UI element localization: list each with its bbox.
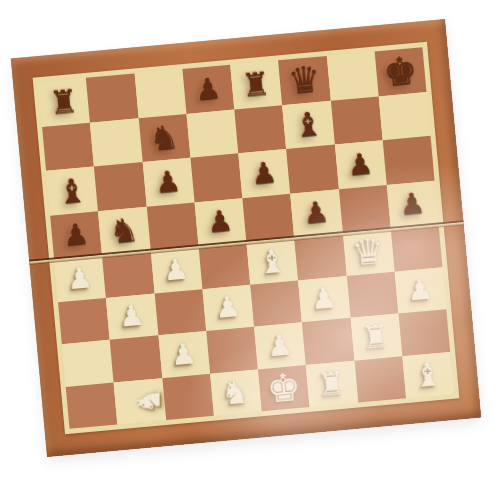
square-a7[interactable] — [42, 122, 94, 171]
piece-white-knight: ♞ — [220, 375, 252, 411]
square-d2[interactable] — [206, 327, 258, 374]
square-d7[interactable] — [186, 109, 238, 158]
board-grid: ♜♟♜♛♚♞♝♝♟♟♟♟♞♟♟♟♟♟♝♛♟♟♟♟♟♟♜♞♞♚♜♝ — [38, 47, 454, 429]
square-b1[interactable]: ♞ — [114, 378, 166, 425]
piece-black-knight: ♞ — [148, 120, 180, 156]
piece-white-pawn: ♟ — [214, 292, 243, 323]
piece-white-king: ♚ — [265, 367, 302, 408]
square-d5[interactable]: ♟ — [194, 198, 246, 247]
piece-black-rook: ♜ — [241, 67, 272, 101]
piece-black-knight: ♞ — [108, 213, 140, 249]
square-g1[interactable] — [354, 356, 406, 403]
square-h4[interactable] — [391, 224, 443, 271]
piece-black-queen: ♛ — [287, 61, 322, 100]
square-e8[interactable]: ♜ — [230, 60, 282, 109]
square-c3[interactable] — [154, 289, 206, 336]
piece-white-pawn: ♟ — [118, 301, 147, 332]
piece-white-rook: ♜ — [316, 366, 347, 400]
piece-black-pawn: ♟ — [302, 198, 331, 229]
square-e2[interactable]: ♟ — [254, 322, 306, 369]
square-e4[interactable]: ♝ — [246, 238, 298, 285]
square-b2[interactable] — [110, 335, 162, 382]
piece-white-pawn: ♟ — [310, 283, 339, 314]
square-g7[interactable] — [330, 96, 382, 145]
square-c5[interactable] — [146, 202, 198, 251]
piece-black-pawn: ♟ — [154, 166, 183, 197]
square-c4[interactable]: ♟ — [150, 246, 202, 293]
square-e5[interactable] — [242, 193, 294, 242]
square-h2[interactable] — [398, 309, 450, 356]
square-d8[interactable]: ♟ — [182, 65, 234, 114]
square-b4[interactable] — [102, 251, 154, 298]
square-f5[interactable]: ♟ — [290, 189, 342, 238]
piece-black-rook: ♜ — [48, 85, 79, 119]
square-a3[interactable] — [58, 297, 110, 344]
piece-black-pawn: ♟ — [398, 189, 427, 220]
piece-white-knight: ♞ — [131, 385, 164, 415]
square-a8[interactable]: ♜ — [38, 78, 90, 127]
square-e3[interactable] — [250, 280, 302, 327]
square-a4[interactable]: ♟ — [54, 255, 106, 302]
square-f3[interactable]: ♟ — [298, 276, 350, 323]
square-h6[interactable] — [382, 136, 434, 185]
square-f8[interactable]: ♛ — [278, 56, 330, 105]
piece-black-pawn: ♟ — [62, 220, 91, 251]
piece-white-queen: ♛ — [351, 233, 386, 272]
piece-white-pawn: ♟ — [406, 275, 435, 306]
piece-black-pawn: ♟ — [250, 158, 279, 189]
square-h8[interactable]: ♚ — [374, 47, 426, 96]
piece-black-king: ♚ — [382, 51, 419, 92]
square-f2[interactable] — [302, 318, 354, 365]
square-d3[interactable]: ♟ — [202, 284, 254, 331]
piece-white-bishop: ♝ — [256, 243, 288, 279]
piece-white-pawn: ♟ — [266, 330, 295, 361]
square-h1[interactable]: ♝ — [402, 351, 454, 398]
square-g4[interactable]: ♛ — [342, 229, 394, 276]
piece-white-pawn: ♟ — [66, 263, 95, 294]
square-e7[interactable] — [234, 105, 286, 154]
square-h3[interactable]: ♟ — [394, 267, 446, 314]
square-h7[interactable] — [378, 92, 430, 141]
square-d4[interactable] — [198, 242, 250, 289]
square-c2[interactable]: ♟ — [158, 331, 210, 378]
square-c1[interactable] — [162, 373, 214, 420]
square-b3[interactable]: ♟ — [106, 293, 158, 340]
piece-black-bishop: ♝ — [292, 107, 324, 143]
piece-white-pawn: ♟ — [170, 339, 199, 370]
square-f6[interactable] — [286, 145, 338, 194]
square-b5[interactable]: ♞ — [98, 206, 150, 255]
square-g5[interactable] — [338, 185, 390, 234]
square-h5[interactable]: ♟ — [386, 180, 438, 229]
square-a1[interactable] — [66, 382, 118, 429]
square-f4[interactable] — [294, 233, 346, 280]
square-b6[interactable] — [94, 162, 146, 211]
square-g2[interactable]: ♜ — [350, 314, 402, 361]
square-b8[interactable] — [86, 73, 138, 122]
square-d1[interactable]: ♞ — [210, 369, 262, 416]
square-a2[interactable] — [62, 340, 114, 387]
square-e1[interactable]: ♚ — [258, 365, 310, 412]
square-f1[interactable]: ♜ — [306, 360, 358, 407]
square-g6[interactable]: ♟ — [334, 140, 386, 189]
square-c7[interactable]: ♞ — [138, 113, 190, 162]
square-a5[interactable]: ♟ — [50, 211, 102, 260]
square-e6[interactable]: ♟ — [238, 149, 290, 198]
square-b7[interactable] — [90, 118, 142, 167]
piece-black-pawn: ♟ — [194, 73, 223, 104]
square-c6[interactable]: ♟ — [142, 158, 194, 207]
board-playing-area: ♜♟♜♛♚♞♝♝♟♟♟♟♞♟♟♟♟♟♝♛♟♟♟♟♟♟♜♞♞♚♜♝ — [33, 42, 460, 434]
square-d6[interactable] — [190, 153, 242, 202]
piece-white-pawn: ♟ — [162, 254, 191, 285]
square-a6[interactable]: ♝ — [46, 166, 98, 215]
piece-black-bishop: ♝ — [56, 173, 88, 209]
square-g3[interactable] — [346, 271, 398, 318]
square-c8[interactable] — [134, 69, 186, 118]
piece-black-pawn: ♟ — [346, 149, 375, 180]
product-photo: ♜♟♜♛♚♞♝♝♟♟♟♟♞♟♟♟♟♟♝♛♟♟♟♟♟♟♜♞♞♚♜♝ — [0, 0, 500, 500]
piece-white-rook: ♜ — [360, 320, 391, 354]
chess-board: ♜♟♜♛♚♞♝♝♟♟♟♟♞♟♟♟♟♟♝♛♟♟♟♟♟♟♜♞♞♚♜♝ — [11, 19, 481, 457]
piece-white-bishop: ♝ — [412, 357, 444, 393]
square-g8[interactable] — [326, 52, 378, 101]
piece-black-pawn: ♟ — [206, 206, 235, 237]
square-f7[interactable]: ♝ — [282, 100, 334, 149]
